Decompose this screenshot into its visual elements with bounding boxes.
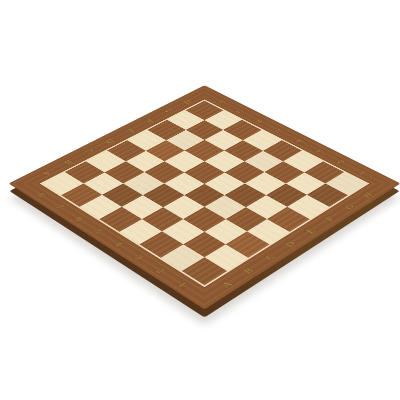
playing-field [40,99,370,287]
product-photo-stage: 88HH77GG66FF55EE44DD33CC22BB11AA [0,0,400,400]
chessboard: 88HH77GG66FF55EE44DD33CC22BB11AA [9,85,400,309]
